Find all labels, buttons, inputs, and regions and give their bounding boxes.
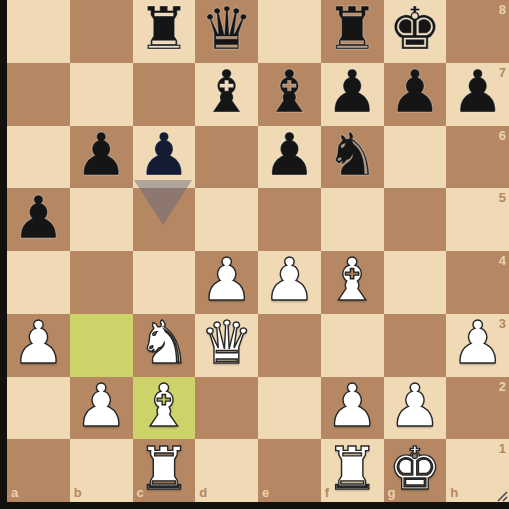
square-e7[interactable]: ♝	[258, 63, 321, 126]
square-g6[interactable]	[384, 126, 447, 189]
square-h5[interactable]: 5	[446, 188, 509, 251]
square-g8[interactable]: ♚	[384, 0, 447, 63]
white-pawn[interactable]: ♟	[388, 375, 441, 437]
square-b4[interactable]	[70, 251, 133, 314]
square-h7[interactable]: 7♟	[446, 63, 509, 126]
square-d8[interactable]: ♛	[195, 0, 258, 63]
square-d1[interactable]: d	[195, 439, 258, 502]
square-e6[interactable]: ♟	[258, 126, 321, 189]
square-g1[interactable]: g♚	[384, 439, 447, 502]
file-label-d: d	[199, 486, 207, 499]
square-e8[interactable]	[258, 0, 321, 63]
white-bishop[interactable]: ♝	[326, 249, 379, 311]
square-a2[interactable]	[7, 377, 70, 440]
black-pawn[interactable]: ♟	[451, 61, 504, 123]
black-bishop[interactable]: ♝	[200, 61, 253, 123]
square-e4[interactable]: ♟	[258, 251, 321, 314]
square-b1[interactable]: b	[70, 439, 133, 502]
board-frame: ♜♛♜♚8♝♝♟♟7♟♟♟♟♞6♟5♟♟♝4♟♞♛3♟♟♝♟♟2abc♜def♜…	[7, 0, 509, 502]
white-queen[interactable]: ♛	[200, 312, 253, 374]
square-g2[interactable]: ♟	[384, 377, 447, 440]
square-f6[interactable]: ♞	[321, 126, 384, 189]
black-bishop[interactable]: ♝	[263, 61, 316, 123]
square-g7[interactable]: ♟	[384, 63, 447, 126]
square-b3[interactable]	[70, 314, 133, 377]
chess-board: ♜♛♜♚8♝♝♟♟7♟♟♟♟♞6♟5♟♟♝4♟♞♛3♟♟♝♟♟2abc♜def♜…	[7, 0, 509, 502]
white-pawn[interactable]: ♟	[200, 249, 253, 311]
white-pawn[interactable]: ♟	[75, 375, 128, 437]
square-e3[interactable]	[258, 314, 321, 377]
white-rook[interactable]: ♜	[137, 438, 190, 500]
square-d6[interactable]	[195, 126, 258, 189]
square-c1[interactable]: c♜	[133, 439, 196, 502]
square-h2[interactable]: 2	[446, 377, 509, 440]
white-pawn[interactable]: ♟	[263, 249, 316, 311]
resize-grip-icon	[495, 489, 508, 502]
rank-label-4: 4	[499, 254, 506, 267]
black-rook[interactable]: ♜	[137, 0, 190, 60]
white-pawn[interactable]: ♟	[326, 375, 379, 437]
white-rook[interactable]: ♜	[326, 438, 379, 500]
board-resize-handle[interactable]	[495, 488, 508, 501]
black-knight[interactable]: ♞	[326, 124, 379, 186]
black-pawn[interactable]: ♟	[12, 187, 65, 249]
square-d7[interactable]: ♝	[195, 63, 258, 126]
square-f8[interactable]: ♜	[321, 0, 384, 63]
file-label-a: a	[11, 486, 18, 499]
square-d2[interactable]	[195, 377, 258, 440]
square-h3[interactable]: 3♟	[446, 314, 509, 377]
square-f3[interactable]	[321, 314, 384, 377]
rank-label-5: 5	[499, 191, 506, 204]
square-d5[interactable]	[195, 188, 258, 251]
square-g3[interactable]	[384, 314, 447, 377]
square-a6[interactable]	[7, 126, 70, 189]
square-f2[interactable]: ♟	[321, 377, 384, 440]
square-b7[interactable]	[70, 63, 133, 126]
square-a8[interactable]	[7, 0, 70, 63]
rank-label-2: 2	[499, 380, 506, 393]
square-a7[interactable]	[7, 63, 70, 126]
black-pawn[interactable]: ♟	[326, 61, 379, 123]
white-pawn[interactable]: ♟	[451, 312, 504, 374]
square-a4[interactable]	[7, 251, 70, 314]
white-king[interactable]: ♚	[388, 438, 441, 500]
square-c3[interactable]: ♞	[133, 314, 196, 377]
square-c5[interactable]	[133, 188, 196, 251]
square-h6[interactable]: 6	[446, 126, 509, 189]
black-rook[interactable]: ♜	[326, 0, 379, 60]
square-d3[interactable]: ♛	[195, 314, 258, 377]
square-b2[interactable]: ♟	[70, 377, 133, 440]
file-label-e: e	[262, 486, 269, 499]
square-a3[interactable]: ♟	[7, 314, 70, 377]
square-f1[interactable]: f♜	[321, 439, 384, 502]
square-b6[interactable]: ♟	[70, 126, 133, 189]
black-pawn[interactable]: ♟	[263, 124, 316, 186]
white-pawn[interactable]: ♟	[12, 312, 65, 374]
black-pawn[interactable]: ♟	[388, 61, 441, 123]
square-h4[interactable]: 4	[446, 251, 509, 314]
rank-label-1: 1	[499, 442, 506, 455]
rank-label-8: 8	[499, 3, 506, 16]
square-d4[interactable]: ♟	[195, 251, 258, 314]
black-queen[interactable]: ♛	[200, 0, 253, 60]
rank-label-6: 6	[499, 129, 506, 142]
square-e2[interactable]	[258, 377, 321, 440]
white-knight[interactable]: ♞	[137, 312, 190, 374]
square-c8[interactable]: ♜	[133, 0, 196, 63]
square-c7[interactable]	[133, 63, 196, 126]
square-a5[interactable]: ♟	[7, 188, 70, 251]
black-king[interactable]: ♚	[388, 0, 441, 60]
square-c4[interactable]	[133, 251, 196, 314]
square-g4[interactable]	[384, 251, 447, 314]
file-label-h: h	[450, 486, 458, 499]
file-label-b: b	[74, 486, 82, 499]
square-f4[interactable]: ♝	[321, 251, 384, 314]
black-pawn[interactable]: ♟	[75, 124, 128, 186]
square-g5[interactable]	[384, 188, 447, 251]
square-h8[interactable]: 8	[446, 0, 509, 63]
square-f5[interactable]	[321, 188, 384, 251]
square-e5[interactable]	[258, 188, 321, 251]
square-a1[interactable]: a	[7, 439, 70, 502]
square-b5[interactable]	[70, 188, 133, 251]
square-b8[interactable]	[70, 0, 133, 63]
square-e1[interactable]: e	[258, 439, 321, 502]
white-bishop[interactable]: ♝	[137, 375, 190, 437]
square-f7[interactable]: ♟	[321, 63, 384, 126]
square-c2[interactable]: ♝	[133, 377, 196, 440]
black-pawn[interactable]: ♟	[137, 124, 190, 186]
square-c6[interactable]: ♟	[133, 126, 196, 189]
